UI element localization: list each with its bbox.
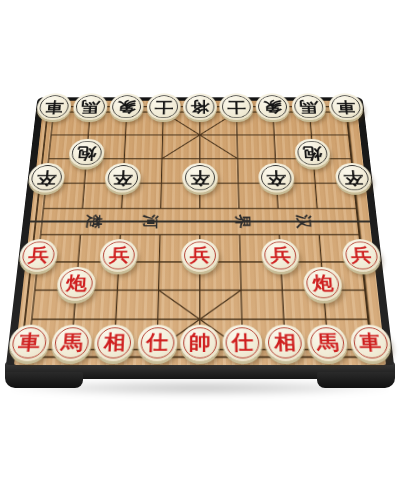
piece-red-advisor[interactable]: 仕 (137, 324, 177, 361)
piece-glyph: 帥 (189, 332, 211, 352)
piece-glyph: 相 (103, 332, 126, 352)
piece-ring: 車 (38, 95, 69, 118)
product-photo: 楚河界汉 車馬象士将士象馬車炮炮卒卒卒卒卒兵兵兵兵兵炮炮車馬相仕帥仕相馬車 (0, 0, 400, 488)
piece-ring: 士 (149, 95, 178, 118)
piece-ring: 相 (268, 327, 303, 358)
piece-glyph: 兵 (189, 246, 210, 264)
piece-ring: 車 (11, 327, 48, 358)
case-foot-right (317, 372, 395, 388)
piece-ring: 兵 (344, 242, 379, 270)
piece-glyph: 馬 (60, 332, 83, 352)
piece-ring: 兵 (264, 242, 297, 270)
piece-black-soldier[interactable]: 卒 (182, 163, 218, 193)
piece-glyph: 車 (44, 99, 64, 114)
case-foot-left (5, 372, 83, 388)
piece-glyph: 兵 (108, 246, 129, 264)
piece-glyph: 炮 (77, 145, 97, 161)
piece-glyph: 仕 (231, 332, 253, 352)
piece-ring: 帥 (183, 327, 217, 358)
piece-ring: 馬 (54, 327, 90, 358)
piece-ring: 車 (352, 327, 389, 358)
piece-glyph: 馬 (299, 99, 319, 114)
piece-ring: 将 (185, 95, 214, 118)
piece-ring: 士 (222, 95, 251, 118)
piece-glyph: 士 (227, 99, 246, 114)
piece-red-general[interactable]: 帥 (180, 324, 220, 361)
piece-ring: 仕 (140, 327, 174, 358)
piece-ring: 卒 (261, 165, 292, 190)
piece-glyph: 卒 (113, 169, 133, 185)
piece-red-soldier[interactable]: 兵 (181, 239, 219, 272)
piece-glyph: 兵 (350, 246, 372, 264)
piece-ring: 炮 (306, 269, 341, 298)
piece-glyph: 卒 (342, 169, 363, 185)
board-surface: 楚河界汉 車馬象士将士象馬車炮炮卒卒卒卒卒兵兵兵兵兵炮炮車馬相仕帥仕相馬車 (14, 101, 386, 365)
piece-glyph: 士 (154, 99, 173, 114)
piece-glyph: 卒 (36, 169, 57, 185)
piece-ring: 相 (97, 327, 132, 358)
piece-ring: 炮 (297, 141, 329, 165)
piece-ring: 馬 (310, 327, 346, 358)
piece-ring: 象 (258, 95, 288, 118)
piece-ring: 象 (112, 95, 142, 118)
piece-glyph: 馬 (316, 332, 339, 352)
piece-black-elephant[interactable]: 象 (255, 93, 290, 120)
piece-glyph: 卒 (190, 169, 210, 185)
river-label: 界 (233, 214, 253, 229)
piece-ring: 車 (330, 95, 361, 118)
piece-glyph: 車 (336, 99, 356, 114)
xiangqi-board[interactable]: 楚河界汉 車馬象士将士象馬車炮炮卒卒卒卒卒兵兵兵兵兵炮炮車馬相仕帥仕相馬車 (6, 97, 394, 365)
piece-ring: 炮 (59, 269, 94, 298)
piece-glyph: 炮 (312, 274, 334, 293)
river-label: 河 (141, 214, 161, 229)
piece-glyph: 兵 (270, 246, 291, 264)
piece-glyph: 将 (191, 99, 210, 114)
piece-glyph: 炮 (303, 145, 323, 161)
piece-glyph: 馬 (81, 99, 101, 114)
river-label: 楚 (84, 214, 105, 230)
piece-glyph: 仕 (146, 332, 168, 352)
piece-glyph: 象 (263, 99, 282, 114)
piece-glyph: 卒 (266, 169, 286, 185)
piece-ring: 仕 (225, 327, 259, 358)
piece-glyph: 象 (117, 99, 136, 114)
piece-ring: 馬 (75, 95, 105, 118)
piece-black-general[interactable]: 将 (183, 93, 217, 120)
piece-ring: 馬 (294, 95, 324, 118)
piece-glyph: 炮 (65, 274, 87, 293)
piece-ring: 卒 (30, 165, 63, 190)
piece-black-advisor[interactable]: 士 (219, 93, 253, 120)
piece-ring: 兵 (184, 242, 216, 270)
piece-ring: 卒 (337, 165, 370, 190)
piece-glyph: 車 (17, 332, 41, 352)
piece-ring: 炮 (71, 141, 103, 165)
piece-ring: 兵 (102, 242, 135, 270)
piece-black-advisor[interactable]: 士 (146, 93, 180, 120)
piece-glyph: 相 (274, 332, 297, 352)
river-label: 汉 (294, 214, 315, 230)
piece-ring: 兵 (21, 242, 56, 270)
piece-glyph: 兵 (27, 246, 49, 264)
piece-glyph: 車 (358, 332, 382, 352)
piece-ring: 卒 (107, 165, 138, 190)
piece-ring: 卒 (185, 165, 215, 190)
